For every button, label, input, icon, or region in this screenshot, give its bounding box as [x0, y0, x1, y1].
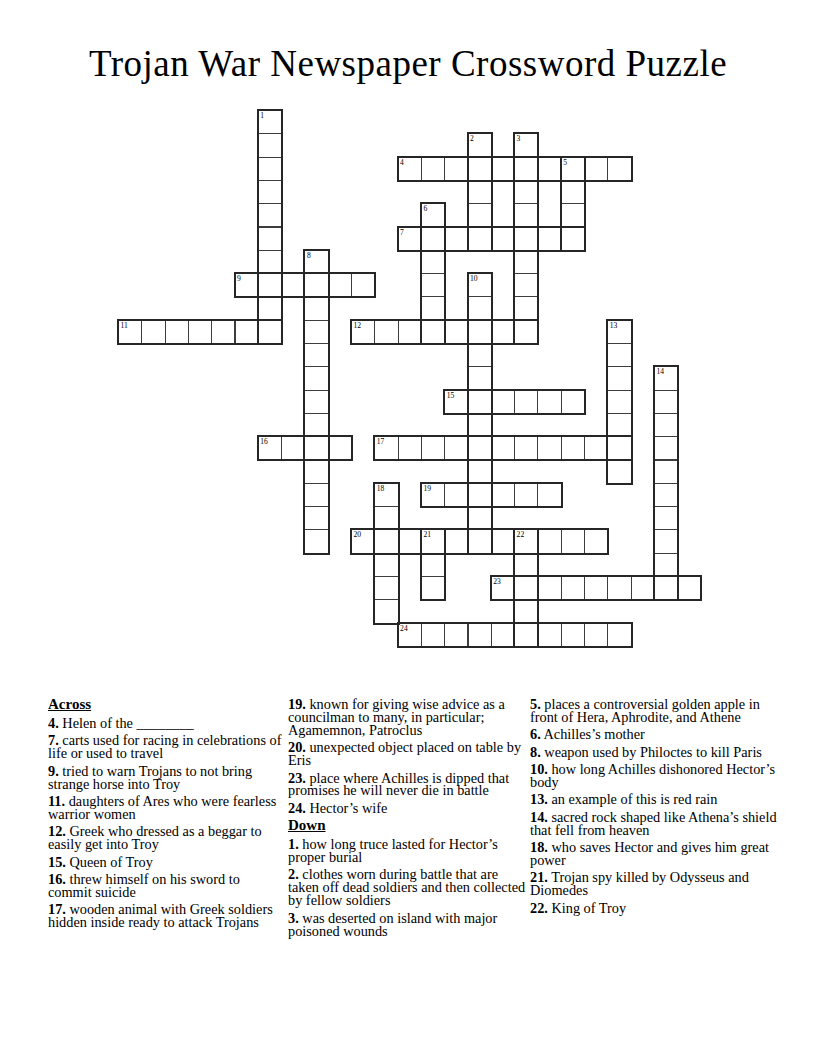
grid-cell[interactable] [351, 273, 375, 297]
across-header: Across [48, 698, 285, 711]
clue-number: 13. [530, 791, 548, 807]
grid-cell[interactable] [514, 483, 538, 507]
grid-cell[interactable] [607, 343, 631, 367]
grid-cell[interactable] [374, 576, 398, 600]
cell-number: 4 [400, 158, 404, 167]
clue-down-13: 13. an example of this is red rain [530, 793, 779, 806]
grid-cell[interactable] [468, 483, 492, 507]
grid-cell[interactable]: 23 [491, 576, 515, 600]
grid-cell[interactable] [537, 529, 561, 553]
page-title: Trojan War Newspaper Crossword Puzzle [0, 42, 816, 85]
grid-cell[interactable]: 12 [351, 320, 375, 344]
grid-cell[interactable] [514, 296, 538, 320]
clue-text: sacred rock shaped like Athena’s shield … [530, 809, 777, 838]
grid-cell[interactable] [468, 413, 492, 437]
grid-cell[interactable] [491, 529, 515, 553]
clue-number: 4. [48, 715, 59, 731]
grid-cell[interactable] [654, 483, 678, 507]
grid-cell[interactable] [491, 623, 515, 647]
grid-cell[interactable]: 7 [398, 227, 422, 251]
grid-cell[interactable] [188, 320, 212, 344]
grid-cell[interactable] [514, 553, 538, 577]
clue-across-19: 19. known for giving wise advice as a co… [288, 698, 529, 737]
clue-text: unexpected object placed on table by Eri… [288, 739, 521, 768]
grid-cell[interactable] [468, 623, 492, 647]
cell-number: 13 [610, 321, 618, 330]
clue-text: clothes worn during battle that are take… [288, 866, 525, 908]
grid-cell[interactable] [537, 227, 561, 251]
grid-cell[interactable]: 17 [374, 436, 398, 460]
grid-cell[interactable] [421, 250, 445, 274]
clue-text: places a controversial golden apple in f… [530, 696, 760, 725]
grid-cell[interactable] [468, 366, 492, 390]
grid-cell[interactable] [584, 529, 608, 553]
grid-cell[interactable] [607, 413, 631, 437]
down-header: Down [288, 819, 529, 832]
grid-cell[interactable]: 3 [514, 133, 538, 157]
cell-number: 1 [260, 111, 264, 120]
grid-cell[interactable] [537, 576, 561, 600]
grid-cell[interactable] [281, 273, 305, 297]
grid-cell[interactable] [677, 576, 701, 600]
clue-text: known for giving wise advice as a counci… [288, 696, 505, 738]
grid-cell[interactable] [514, 203, 538, 227]
cell-number: 23 [493, 577, 501, 586]
grid-cell[interactable] [258, 180, 282, 204]
cell-number: 19 [423, 484, 431, 493]
grid-cell[interactable] [514, 273, 538, 297]
grid-cell[interactable] [514, 576, 538, 600]
grid-cell[interactable] [537, 436, 561, 460]
cell-number: 14 [656, 367, 664, 376]
grid-cell[interactable] [607, 157, 631, 181]
cell-number: 6 [423, 204, 427, 213]
grid-cell[interactable] [654, 390, 678, 414]
cell-number: 22 [517, 530, 525, 539]
clue-text: Trojan spy killed by Odysseus and Diomed… [530, 869, 749, 898]
grid-cell[interactable] [235, 320, 259, 344]
grid-cell[interactable] [258, 273, 282, 297]
grid-cell[interactable] [468, 390, 492, 414]
grid-cell[interactable] [468, 157, 492, 181]
grid-cell[interactable]: 21 [421, 529, 445, 553]
grid-cell[interactable] [491, 157, 515, 181]
grid-cell[interactable] [421, 436, 445, 460]
grid-cell[interactable] [328, 273, 352, 297]
clue-down-18: 18. who saves Hector and gives him great… [530, 841, 779, 867]
grid-cell[interactable] [491, 227, 515, 251]
clue-text: how long truce lasted for Hector’s prope… [288, 836, 498, 865]
clue-down-6: 6. Achilles’s mother [530, 728, 779, 741]
grid-cell[interactable] [421, 320, 445, 344]
grid-cell[interactable] [468, 320, 492, 344]
clue-text: Achilles’s mother [541, 726, 645, 742]
clue-across-17: 17. wooden animal with Greek soldiers hi… [48, 903, 285, 929]
grid-cell[interactable] [514, 157, 538, 181]
grid-cell[interactable] [304, 366, 328, 390]
cell-number: 17 [377, 437, 385, 446]
grid-cell[interactable] [304, 273, 328, 297]
grid-cell[interactable] [584, 157, 608, 181]
grid-cell[interactable] [561, 576, 585, 600]
grid-cell[interactable] [421, 623, 445, 647]
grid-cell[interactable] [491, 436, 515, 460]
clue-text: place where Achilles is dipped that prom… [288, 770, 509, 799]
clue-text: how long Achilles dishonored Hector’s bo… [530, 761, 775, 790]
grid-cell[interactable] [304, 390, 328, 414]
clue-down-3: 3. was deserted on island with major poi… [288, 912, 529, 938]
grid-cell[interactable]: 13 [607, 320, 631, 344]
grid-cell[interactable]: 11 [118, 320, 142, 344]
grid-cell[interactable] [491, 390, 515, 414]
grid-cell[interactable] [304, 413, 328, 437]
grid-cell[interactable] [607, 390, 631, 414]
grid-cell[interactable] [654, 576, 678, 600]
grid-cell[interactable] [258, 227, 282, 251]
cell-number: 7 [400, 228, 404, 237]
cell-number: 15 [447, 391, 455, 400]
cell-number: 10 [470, 274, 478, 283]
clue-text: carts used for racing in celebrations of… [48, 732, 281, 761]
grid-cell[interactable] [654, 436, 678, 460]
grid-cell[interactable] [514, 599, 538, 623]
clue-number: 22. [530, 900, 548, 916]
grid-cell[interactable] [514, 250, 538, 274]
grid-cell[interactable] [468, 180, 492, 204]
grid-cell[interactable] [468, 203, 492, 227]
grid-cell[interactable] [374, 320, 398, 344]
clue-column-2: 19. known for giving wise advice as a co… [288, 698, 529, 942]
grid-cell[interactable] [421, 157, 445, 181]
cell-number: 16 [260, 437, 268, 446]
clue-column-3: 5. places a controversial golden apple i… [530, 698, 779, 919]
grid-cell[interactable] [468, 343, 492, 367]
grid-cell[interactable] [584, 576, 608, 600]
grid-cell[interactable] [561, 529, 585, 553]
clue-text: Hector’s wife [306, 800, 388, 816]
grid-cell[interactable]: 9 [235, 273, 259, 297]
grid-cell[interactable] [607, 366, 631, 390]
clue-text: was deserted on island with major poison… [288, 910, 497, 939]
grid-cell[interactable] [421, 273, 445, 297]
clue-across-24: 24. Hector’s wife [288, 802, 529, 815]
clue-number: 24. [288, 800, 306, 816]
grid-cell[interactable] [654, 460, 678, 484]
grid-cell[interactable] [468, 506, 492, 530]
grid-cell[interactable] [374, 599, 398, 623]
grid-cell[interactable] [491, 483, 515, 507]
grid-cell[interactable]: 5 [561, 157, 585, 181]
grid-cell[interactable] [258, 250, 282, 274]
grid-cell[interactable] [607, 576, 631, 600]
clue-number: 6. [530, 726, 541, 742]
grid-cell[interactable] [537, 157, 561, 181]
grid-cell[interactable] [141, 320, 165, 344]
cell-number: 5 [563, 158, 567, 167]
clue-across-20: 20. unexpected object placed on table by… [288, 741, 529, 767]
clue-down-10: 10. how long Achilles dishonored Hector’… [530, 763, 779, 789]
grid-cell[interactable] [561, 227, 585, 251]
grid-cell[interactable] [607, 623, 631, 647]
grid-cell[interactable]: 2 [468, 133, 492, 157]
grid-cell[interactable] [514, 390, 538, 414]
page: Trojan War Newspaper Crossword Puzzle 12… [0, 0, 816, 1056]
grid-cell[interactable]: 22 [514, 529, 538, 553]
clue-down-2: 2. clothes worn during battle that are t… [288, 868, 529, 907]
grid-cell[interactable] [514, 320, 538, 344]
cell-number: 8 [307, 251, 311, 260]
grid-cell[interactable] [304, 529, 328, 553]
clue-text: Helen of the ________ [59, 715, 194, 731]
clue-down-14: 14. sacred rock shaped like Athena’s shi… [530, 811, 779, 837]
clue-text: an example of this is red rain [548, 791, 718, 807]
cell-number: 3 [517, 134, 521, 143]
grid-cell[interactable] [444, 483, 468, 507]
grid-cell[interactable] [537, 483, 561, 507]
grid-cell[interactable]: 4 [398, 157, 422, 181]
grid-cell[interactable] [304, 460, 328, 484]
cell-number: 9 [237, 274, 241, 283]
grid-cell[interactable] [537, 390, 561, 414]
grid-cell[interactable] [374, 506, 398, 530]
clue-text: threw himself on his sword to commit sui… [48, 871, 240, 900]
cell-number: 2 [470, 134, 474, 143]
grid-cell[interactable] [165, 320, 189, 344]
grid-cell[interactable] [468, 227, 492, 251]
grid-cell[interactable]: 1 [258, 110, 282, 134]
grid-cell[interactable] [584, 436, 608, 460]
clue-across-15: 15. Queen of Troy [48, 856, 285, 869]
grid-cell[interactable]: 10 [468, 273, 492, 297]
grid-cell[interactable] [258, 203, 282, 227]
grid-cell[interactable]: 20 [351, 529, 375, 553]
grid-cell[interactable] [607, 460, 631, 484]
grid-cell[interactable] [258, 133, 282, 157]
grid-cell[interactable] [374, 529, 398, 553]
clue-down-8: 8. weapon used by Philoctes to kill Pari… [530, 746, 779, 759]
grid-cell[interactable] [584, 623, 608, 647]
grid-cell[interactable] [444, 529, 468, 553]
grid-cell[interactable]: 18 [374, 483, 398, 507]
grid-cell[interactable]: 16 [258, 436, 282, 460]
grid-cell[interactable] [258, 296, 282, 320]
grid-cell[interactable] [561, 203, 585, 227]
grid-cell[interactable] [421, 576, 445, 600]
clue-down-1: 1. how long truce lasted for Hector’s pr… [288, 838, 529, 864]
cell-number: 12 [354, 321, 362, 330]
grid-cell[interactable] [514, 180, 538, 204]
grid-cell[interactable] [514, 227, 538, 251]
clue-number: 15. [48, 854, 66, 870]
grid-cell[interactable] [444, 320, 468, 344]
clue-text: King of Troy [548, 900, 626, 916]
clue-down-21: 21. Trojan spy killed by Odysseus and Di… [530, 871, 779, 897]
grid-cell[interactable]: 24 [398, 623, 422, 647]
clue-number: 8. [530, 744, 541, 760]
grid-cell[interactable] [561, 390, 585, 414]
grid-cell[interactable] [468, 436, 492, 460]
grid-cell[interactable] [468, 529, 492, 553]
clue-text: Greek who dressed as a beggar to easily … [48, 823, 262, 852]
grid-cell[interactable] [444, 157, 468, 181]
clue-text: Queen of Troy [66, 854, 153, 870]
clue-across-4: 4. Helen of the ________ [48, 717, 285, 730]
grid-cell[interactable] [444, 436, 468, 460]
clue-across-9: 9. tried to warn Trojans to not bring st… [48, 765, 285, 791]
clue-column-1: Across4. Helen of the ________7. carts u… [48, 698, 285, 934]
clue-text: tried to warn Trojans to not bring stran… [48, 763, 252, 792]
grid-cell[interactable] [304, 296, 328, 320]
grid-cell[interactable] [468, 296, 492, 320]
clue-across-16: 16. threw himself on his sword to commit… [48, 873, 285, 899]
cell-number: 24 [400, 624, 408, 633]
clue-down-5: 5. places a controversial golden apple i… [530, 698, 779, 724]
clue-text: wooden animal with Greek soldiers hidden… [48, 901, 273, 930]
grid-cell[interactable] [468, 460, 492, 484]
grid-cell[interactable] [654, 553, 678, 577]
grid-cell[interactable] [304, 343, 328, 367]
grid-cell[interactable] [211, 320, 235, 344]
grid-cell[interactable] [491, 320, 515, 344]
clue-text: daughters of Ares who were fearless warr… [48, 793, 276, 822]
grid-cell[interactable] [607, 436, 631, 460]
crossword-grid: 123456789101112131415161718192021222324 [118, 110, 701, 647]
clue-across-23: 23. place where Achilles is dipped that … [288, 772, 529, 798]
grid-cell[interactable] [561, 436, 585, 460]
cell-number: 20 [354, 530, 362, 539]
grid-cell[interactable] [421, 227, 445, 251]
grid-cell[interactable] [654, 413, 678, 437]
clue-text: weapon used by Philoctes to kill Paris [541, 744, 762, 760]
clue-text: who saves Hector and gives him great pow… [530, 839, 769, 868]
grid-cell[interactable] [304, 436, 328, 460]
grid-cell[interactable] [654, 529, 678, 553]
cell-number: 18 [377, 484, 385, 493]
grid-cell[interactable] [328, 436, 352, 460]
grid-cell[interactable]: 14 [654, 366, 678, 390]
cell-number: 21 [423, 530, 431, 539]
clue-across-11: 11. daughters of Ares who were fearless … [48, 795, 285, 821]
grid-cell[interactable] [398, 529, 422, 553]
grid-cell[interactable] [537, 623, 561, 647]
grid-cell[interactable] [304, 320, 328, 344]
grid-cell[interactable] [374, 553, 398, 577]
grid-cell[interactable] [444, 623, 468, 647]
grid-cell[interactable] [654, 506, 678, 530]
grid-cell[interactable] [258, 320, 282, 344]
grid-cell[interactable]: 6 [421, 203, 445, 227]
cell-number: 11 [121, 321, 128, 330]
grid-cell[interactable] [398, 320, 422, 344]
grid-cell[interactable] [561, 623, 585, 647]
grid-cell[interactable] [444, 227, 468, 251]
grid-cell[interactable] [398, 436, 422, 460]
grid-cell[interactable] [561, 180, 585, 204]
grid-cell[interactable]: 8 [304, 250, 328, 274]
grid-cell[interactable] [514, 623, 538, 647]
grid-cell[interactable]: 15 [444, 390, 468, 414]
clue-across-7: 7. carts used for racing in celebrations… [48, 734, 285, 760]
grid-cell[interactable]: 19 [421, 483, 445, 507]
grid-cell[interactable] [258, 157, 282, 181]
grid-cell[interactable] [304, 483, 328, 507]
grid-cell[interactable] [281, 436, 305, 460]
grid-cell[interactable] [421, 553, 445, 577]
grid-cell[interactable] [514, 436, 538, 460]
clue-down-22: 22. King of Troy [530, 902, 779, 915]
grid-cell[interactable] [421, 296, 445, 320]
grid-cell[interactable] [304, 506, 328, 530]
clue-across-12: 12. Greek who dressed as a beggar to eas… [48, 825, 285, 851]
grid-cell[interactable] [631, 576, 655, 600]
